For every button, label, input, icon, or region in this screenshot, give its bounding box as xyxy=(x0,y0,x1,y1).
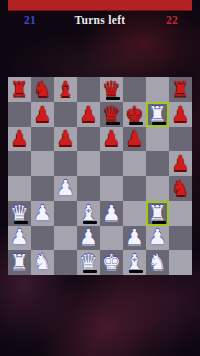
square-h5[interactable]: ♟ xyxy=(169,151,192,176)
square-f7[interactable]: ♚ xyxy=(123,102,146,127)
square-f5[interactable] xyxy=(123,151,146,176)
red-pawn[interactable]: ♟ xyxy=(77,102,100,127)
square-c2[interactable] xyxy=(54,226,77,251)
square-d5[interactable] xyxy=(77,151,100,176)
square-a7[interactable] xyxy=(8,102,31,127)
piece-base-shadow xyxy=(129,270,143,273)
top-banner xyxy=(8,0,192,11)
piece-base-shadow xyxy=(106,122,120,125)
white-pawn[interactable]: ♟ xyxy=(31,201,54,226)
square-e8[interactable]: ♛ xyxy=(100,77,123,102)
white-pawn[interactable]: ♟ xyxy=(8,226,31,251)
square-h4[interactable]: ♞ xyxy=(169,176,192,201)
square-a1[interactable]: ♜ xyxy=(8,250,31,275)
white-rook[interactable]: ♜ xyxy=(8,250,31,275)
white-knight[interactable]: ♞ xyxy=(31,250,54,275)
square-h7[interactable]: ♟ xyxy=(169,102,192,127)
turns-header: Turns left 21 22 xyxy=(8,11,192,29)
red-knight[interactable]: ♞ xyxy=(31,77,54,102)
square-e7[interactable]: ♛ xyxy=(100,102,123,127)
red-bishop[interactable]: ♝ xyxy=(54,77,77,102)
white-pawn[interactable]: ♟ xyxy=(146,226,169,251)
piece-base-shadow xyxy=(129,122,143,125)
square-a6[interactable]: ♟ xyxy=(8,127,31,152)
white-pawn[interactable]: ♟ xyxy=(100,201,123,226)
piece-base-shadow xyxy=(152,221,166,224)
square-c7[interactable] xyxy=(54,102,77,127)
red-pawn[interactable]: ♟ xyxy=(8,127,31,152)
square-b1[interactable]: ♞ xyxy=(31,250,54,275)
square-g4[interactable] xyxy=(146,176,169,201)
square-c1[interactable] xyxy=(54,250,77,275)
square-b5[interactable] xyxy=(31,151,54,176)
square-e6[interactable]: ♟ xyxy=(100,127,123,152)
square-h3[interactable] xyxy=(169,201,192,226)
square-h8[interactable]: ♜ xyxy=(169,77,192,102)
square-b3[interactable]: ♟ xyxy=(31,201,54,226)
square-a5[interactable] xyxy=(8,151,31,176)
red-pawn[interactable]: ♟ xyxy=(169,151,192,176)
square-g6[interactable] xyxy=(146,127,169,152)
red-pawn[interactable]: ♟ xyxy=(31,102,54,127)
white-pawn[interactable]: ♟ xyxy=(77,226,100,251)
square-c4[interactable]: ♟ xyxy=(54,176,77,201)
square-g7[interactable]: ♜ xyxy=(146,102,169,127)
square-b7[interactable]: ♟ xyxy=(31,102,54,127)
square-b4[interactable] xyxy=(31,176,54,201)
red-pawn[interactable]: ♟ xyxy=(54,127,77,152)
square-g8[interactable] xyxy=(146,77,169,102)
piece-base-shadow xyxy=(14,221,28,224)
square-c3[interactable] xyxy=(54,201,77,226)
square-f8[interactable] xyxy=(123,77,146,102)
square-b8[interactable]: ♞ xyxy=(31,77,54,102)
square-d2[interactable]: ♟ xyxy=(77,226,100,251)
piece-base-shadow xyxy=(106,97,120,100)
square-b2[interactable] xyxy=(31,226,54,251)
square-a8[interactable]: ♜ xyxy=(8,77,31,102)
square-c6[interactable]: ♟ xyxy=(54,127,77,152)
square-e5[interactable] xyxy=(100,151,123,176)
red-pawn[interactable]: ♟ xyxy=(169,102,192,127)
square-f6[interactable]: ♟ xyxy=(123,127,146,152)
turns-left-label: Turns left xyxy=(8,14,192,26)
square-a2[interactable]: ♟ xyxy=(8,226,31,251)
square-h1[interactable] xyxy=(169,250,192,275)
square-a4[interactable] xyxy=(8,176,31,201)
chess-board: ♜♞♝♛♜♟♟♛♚♜♟♟♟♟♟♟♟♞♛♟♝♟♜♟♟♟♟♜♞♛♚♝♞ xyxy=(8,77,192,275)
red-pawn[interactable]: ♟ xyxy=(123,127,146,152)
white-pawn[interactable]: ♟ xyxy=(54,176,77,201)
white-king[interactable]: ♚ xyxy=(100,250,123,275)
white-pawn[interactable]: ♟ xyxy=(123,226,146,251)
square-d1[interactable]: ♛ xyxy=(77,250,100,275)
square-f2[interactable]: ♟ xyxy=(123,226,146,251)
square-d4[interactable] xyxy=(77,176,100,201)
red-rook[interactable]: ♜ xyxy=(169,77,192,102)
square-d7[interactable]: ♟ xyxy=(77,102,100,127)
piece-base-shadow xyxy=(83,221,97,224)
square-d8[interactable] xyxy=(77,77,100,102)
square-e2[interactable] xyxy=(100,226,123,251)
square-b6[interactable] xyxy=(31,127,54,152)
square-g2[interactable]: ♟ xyxy=(146,226,169,251)
square-h2[interactable] xyxy=(169,226,192,251)
square-g5[interactable] xyxy=(146,151,169,176)
white-knight[interactable]: ♞ xyxy=(146,250,169,275)
square-e3[interactable]: ♟ xyxy=(100,201,123,226)
square-d6[interactable] xyxy=(77,127,100,152)
piece-base-shadow xyxy=(152,122,166,125)
square-g3[interactable]: ♜ xyxy=(146,201,169,226)
square-d3[interactable]: ♝ xyxy=(77,201,100,226)
square-f1[interactable]: ♝ xyxy=(123,250,146,275)
app-screen: Turns left 21 22 ♜♞♝♛♜♟♟♛♚♜♟♟♟♟♟♟♟♞♛♟♝♟♜… xyxy=(0,0,200,356)
square-e1[interactable]: ♚ xyxy=(100,250,123,275)
red-pawn[interactable]: ♟ xyxy=(100,127,123,152)
square-a3[interactable]: ♛ xyxy=(8,201,31,226)
red-rook[interactable]: ♜ xyxy=(8,77,31,102)
square-c5[interactable] xyxy=(54,151,77,176)
red-knight[interactable]: ♞ xyxy=(169,176,192,201)
square-f3[interactable] xyxy=(123,201,146,226)
square-f4[interactable] xyxy=(123,176,146,201)
square-c8[interactable]: ♝ xyxy=(54,77,77,102)
square-e4[interactable] xyxy=(100,176,123,201)
piece-base-shadow xyxy=(83,270,97,273)
square-h6[interactable] xyxy=(169,127,192,152)
square-g1[interactable]: ♞ xyxy=(146,250,169,275)
